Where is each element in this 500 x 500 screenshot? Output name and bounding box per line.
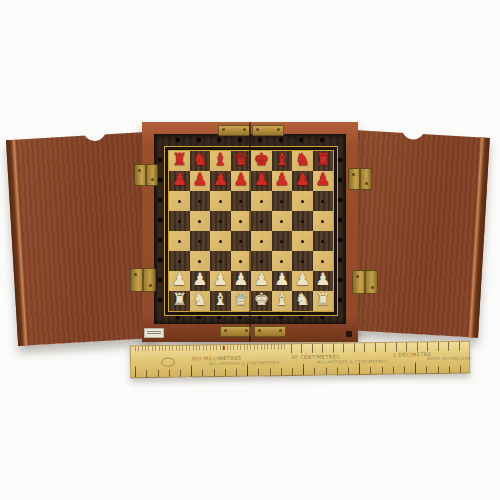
square-b5: [190, 211, 211, 231]
margin-peg-hole: [176, 315, 180, 319]
peg-hole: [260, 240, 263, 243]
margin-peg-hole: [158, 238, 162, 242]
margin-peg-hole: [338, 278, 342, 282]
square-a2: ♟: [169, 271, 190, 291]
peg-hole: [280, 220, 283, 223]
square-f4: [272, 231, 293, 251]
margin-peg-hole: [279, 315, 283, 319]
piece-red-pawn: ♟: [169, 171, 190, 188]
square-f5: [272, 211, 293, 231]
square-e2: ♟: [251, 271, 272, 291]
square-e4: [251, 231, 272, 251]
piece-red-rook: ♜: [313, 151, 334, 168]
piece-red-bishop: ♝: [210, 151, 231, 168]
ruler-inch-ticks: [291, 342, 461, 353]
ruler: 300 MILLIMETRES MILLIMETRES & CENTIMETRE…: [130, 341, 470, 379]
ruler-red-mark: [223, 346, 225, 350]
peg-hole: [219, 240, 222, 243]
margin-peg-hole: [158, 198, 162, 202]
ruler-label-made-in: MADE IN ENGLAND: [427, 356, 471, 362]
square-f3: [272, 251, 293, 271]
margin-peg-hole: [320, 138, 324, 142]
square-g3: [292, 251, 313, 271]
peg-hole: [280, 200, 283, 203]
margin-peg-hole: [158, 278, 162, 282]
square-b7: ♟: [190, 171, 211, 191]
peg-hole: [301, 240, 304, 243]
margin-peg-hole: [299, 138, 303, 142]
square-d3: [231, 251, 252, 271]
square-h7: ♟: [313, 171, 334, 191]
peg-hole: [198, 220, 201, 223]
square-a5: [169, 211, 190, 231]
peg-hole: [280, 260, 283, 263]
margin-peg-hole: [258, 315, 262, 319]
peg-hole: [178, 240, 181, 243]
piece-white-knight: ♞: [190, 291, 211, 308]
square-g8: ♞: [292, 151, 313, 171]
square-h4: [313, 231, 334, 251]
square-c8: ♝: [210, 151, 231, 171]
square-a7: ♟: [169, 171, 190, 191]
square-c4: [210, 231, 231, 251]
square-h5: [313, 211, 334, 231]
peg-hole: [178, 260, 181, 263]
square-h3: [313, 251, 334, 271]
peg-hole: [239, 220, 242, 223]
margin-peg-hole: [338, 258, 342, 262]
square-d7: ♟: [231, 171, 252, 191]
peg-hole: [301, 200, 304, 203]
piece-red-pawn: ♟: [190, 171, 211, 188]
square-b4: [190, 231, 211, 251]
brass-plate-bottom-right: [254, 326, 286, 337]
peg-hole: [321, 200, 324, 203]
chess-case-body: ♜♞♝♛♚♝♞♜♟♟♟♟♟♟♟♟♟♟♟♟♟♟♟♟♜♞♝♛♚♝♞♜: [142, 122, 358, 342]
square-g5: [292, 211, 313, 231]
door-right-thumb-notch: [402, 128, 425, 140]
piece-white-rook: ♜: [169, 291, 190, 308]
margin-peg-hole: [238, 138, 242, 142]
square-g6: [292, 191, 313, 211]
door-left-lip: [6, 140, 28, 346]
piece-white-king: ♚: [251, 291, 272, 308]
margin-peg-hole: [279, 138, 283, 142]
peg-hole: [198, 260, 201, 263]
margin-peg-hole: [217, 315, 221, 319]
square-g2: ♟: [292, 271, 313, 291]
margin-peg-hole: [197, 315, 201, 319]
peg-hole: [239, 240, 242, 243]
margin-peg-hole: [320, 315, 324, 319]
square-a4: [169, 231, 190, 251]
square-c3: [210, 251, 231, 271]
peg-hole: [198, 240, 201, 243]
piece-red-pawn: ♟: [251, 171, 272, 188]
maker-label: [144, 328, 164, 338]
square-e7: ♟: [251, 171, 272, 191]
square-c7: ♟: [210, 171, 231, 191]
square-e3: [251, 251, 272, 271]
square-f8: ♝: [272, 151, 293, 171]
piece-red-king: ♚: [251, 151, 272, 168]
ruler-mm-ticks: [135, 344, 285, 351]
margin-peg-hole: [338, 158, 342, 162]
peg-hole: [178, 220, 181, 223]
piece-red-pawn: ♟: [210, 171, 231, 188]
peg-hole: [301, 260, 304, 263]
brass-plate-bottom-left: [220, 326, 252, 337]
margin-peg-hole: [158, 178, 162, 182]
peg-hole: [280, 240, 283, 243]
square-a3: [169, 251, 190, 271]
piece-white-knight: ♞: [292, 291, 313, 308]
peg-hole: [260, 220, 263, 223]
square-b3: [190, 251, 211, 271]
piece-white-pawn: ♟: [190, 271, 211, 288]
square-d4: [231, 231, 252, 251]
margin-peg-hole: [338, 178, 342, 182]
piece-red-pawn: ♟: [313, 171, 334, 188]
piece-white-bishop: ♝: [210, 291, 231, 308]
square-c5: [210, 211, 231, 231]
square-c2: ♟: [210, 271, 231, 291]
piece-red-pawn: ♟: [292, 171, 313, 188]
piece-red-knight: ♞: [190, 151, 211, 168]
piece-red-pawn: ♟: [231, 171, 252, 188]
peg-hole: [321, 260, 324, 263]
piece-white-pawn: ♟: [210, 271, 231, 288]
peg-hole: [219, 220, 222, 223]
door-right-lip: [468, 137, 490, 337]
square-g4: [292, 231, 313, 251]
photo-stage: ♜♞♝♛♚♝♞♜♟♟♟♟♟♟♟♟♟♟♟♟♟♟♟♟♜♞♝♛♚♝♞♜ 300 MIL…: [0, 0, 500, 500]
peg-hole: [219, 200, 222, 203]
margin-peg-hole: [299, 315, 303, 319]
piece-white-pawn: ♟: [313, 271, 334, 288]
peg-hole: [260, 200, 263, 203]
square-c6: [210, 191, 231, 211]
square-f2: ♟: [272, 271, 293, 291]
square-e8: ♚: [251, 151, 272, 171]
square-e6: [251, 191, 272, 211]
piece-red-pawn: ♟: [272, 171, 293, 188]
square-b8: ♞: [190, 151, 211, 171]
peg-hole: [178, 200, 181, 203]
peg-hole: [239, 260, 242, 263]
door-left-thumb-notch: [84, 129, 107, 141]
margin-peg-hole: [338, 198, 342, 202]
square-a6: [169, 191, 190, 211]
piece-white-bishop: ♝: [272, 291, 293, 308]
piece-white-pawn: ♟: [272, 271, 293, 288]
square-b2: ♟: [190, 271, 211, 291]
hinge-left-top: [134, 164, 158, 186]
brass-plate-top-right: [252, 125, 284, 136]
ruler-5cm-ticks: [135, 362, 465, 378]
peg-hole: [219, 260, 222, 263]
margin-peg-hole: [338, 238, 342, 242]
square-d5: [231, 211, 252, 231]
hinge-right-bottom: [352, 270, 378, 294]
square-d1: ♛: [231, 291, 252, 311]
square-a1: ♜: [169, 291, 190, 311]
piece-red-knight: ♞: [292, 151, 313, 168]
board-squares: ♜♞♝♛♚♝♞♜♟♟♟♟♟♟♟♟♟♟♟♟♟♟♟♟♜♞♝♛♚♝♞♜: [168, 150, 334, 312]
square-d2: ♟: [231, 271, 252, 291]
square-e5: [251, 211, 272, 231]
square-h8: ♜: [313, 151, 334, 171]
square-f7: ♟: [272, 171, 293, 191]
peg-hole: [260, 260, 263, 263]
margin-peg-hole: [158, 218, 162, 222]
margin-peg-hole: [338, 298, 342, 302]
square-c1: ♝: [210, 291, 231, 311]
square-d6: [231, 191, 252, 211]
margin-peg-hole: [258, 138, 262, 142]
margin-peg-hole: [217, 138, 221, 142]
margin-peg-hole: [158, 298, 162, 302]
piece-white-pawn: ♟: [231, 271, 252, 288]
margin-peg-hole: [176, 138, 180, 142]
margin-peg-hole: [197, 138, 201, 142]
margin-peg-hole: [158, 258, 162, 262]
square-g1: ♞: [292, 291, 313, 311]
clasp-catch: [346, 331, 352, 337]
square-d8: ♛: [231, 151, 252, 171]
square-h1: ♜: [313, 291, 334, 311]
square-e1: ♚: [251, 291, 272, 311]
hinge-right-top: [348, 168, 372, 190]
square-b1: ♞: [190, 291, 211, 311]
peg-hole: [301, 220, 304, 223]
case-fold-seam: [249, 122, 251, 342]
peg-hole: [321, 220, 324, 223]
square-h2: ♟: [313, 271, 334, 291]
square-g7: ♟: [292, 171, 313, 191]
square-b6: [190, 191, 211, 211]
peg-hole: [239, 200, 242, 203]
square-f1: ♝: [272, 291, 293, 311]
square-f6: [272, 191, 293, 211]
piece-white-pawn: ♟: [169, 271, 190, 288]
piece-white-pawn: ♟: [251, 271, 272, 288]
square-h6: [313, 191, 334, 211]
piece-red-queen: ♛: [231, 151, 252, 168]
peg-hole: [321, 240, 324, 243]
square-a8: ♜: [169, 151, 190, 171]
case-door-right: [346, 130, 490, 337]
piece-white-queen: ♛: [231, 291, 252, 308]
margin-peg-hole: [158, 158, 162, 162]
piece-red-bishop: ♝: [272, 151, 293, 168]
margin-peg-hole: [238, 315, 242, 319]
piece-white-pawn: ♟: [292, 271, 313, 288]
brass-plate-top-left: [218, 125, 250, 136]
margin-peg-hole: [338, 218, 342, 222]
ruler-label-1dm: 1 DECIMETRE: [393, 351, 431, 358]
hinge-left-bottom: [130, 268, 156, 292]
piece-red-rook: ♜: [169, 151, 190, 168]
piece-white-rook: ♜: [313, 291, 334, 308]
peg-hole: [198, 200, 201, 203]
